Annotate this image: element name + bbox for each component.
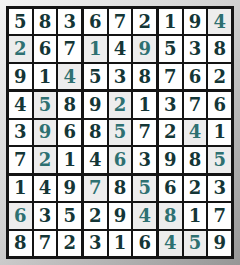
sudoku-cell-r2c2[interactable]: 6	[34, 36, 57, 61]
sudoku-cell-r7c2[interactable]: 4	[34, 176, 57, 201]
sudoku-cell-r4c7[interactable]: 3	[159, 92, 182, 117]
sudoku-cell-r4c9[interactable]: 6	[208, 92, 231, 117]
sudoku-cell-r3c1[interactable]: 9	[9, 64, 32, 89]
sudoku-cell-r9c3[interactable]: 2	[58, 231, 81, 256]
sudoku-cell-r3c5[interactable]: 3	[109, 64, 132, 89]
sudoku-block-9: 623817459	[159, 176, 231, 256]
sudoku-cell-r8c5[interactable]: 9	[109, 203, 132, 228]
sudoku-cell-r1c9[interactable]: 4	[208, 9, 231, 34]
sudoku-cell-r7c8[interactable]: 2	[184, 176, 207, 201]
sudoku-cell-r3c8[interactable]: 6	[184, 64, 207, 89]
sudoku-cell-r7c6[interactable]: 5	[133, 176, 156, 201]
sudoku-block-4: 458396721	[9, 92, 81, 172]
sudoku-block-5: 921857463	[84, 92, 156, 172]
sudoku-block-3: 194538762	[159, 9, 231, 89]
sudoku-cell-r4c8[interactable]: 7	[184, 92, 207, 117]
sudoku-cell-r6c4[interactable]: 4	[84, 147, 107, 172]
sudoku-cell-r1c5[interactable]: 7	[109, 9, 132, 34]
sudoku-cell-r6c2[interactable]: 2	[34, 147, 57, 172]
sudoku-cell-r2c1[interactable]: 2	[9, 36, 32, 61]
sudoku-cell-r8c6[interactable]: 4	[133, 203, 156, 228]
sudoku-cell-r3c7[interactable]: 7	[159, 64, 182, 89]
sudoku-cell-r7c5[interactable]: 8	[109, 176, 132, 201]
sudoku-cell-r9c5[interactable]: 1	[109, 231, 132, 256]
sudoku-cell-r9c6[interactable]: 6	[133, 231, 156, 256]
sudoku-cell-r5c4[interactable]: 8	[84, 120, 107, 145]
sudoku-cell-r5c7[interactable]: 2	[159, 120, 182, 145]
sudoku-cell-r9c2[interactable]: 7	[34, 231, 57, 256]
sudoku-cell-r9c7[interactable]: 4	[159, 231, 182, 256]
sudoku-cell-r6c6[interactable]: 3	[133, 147, 156, 172]
sudoku-cell-r4c6[interactable]: 1	[133, 92, 156, 117]
sudoku-cell-r2c9[interactable]: 8	[208, 36, 231, 61]
sudoku-cell-r8c2[interactable]: 3	[34, 203, 57, 228]
sudoku-cell-r7c4[interactable]: 7	[84, 176, 107, 201]
sudoku-cell-r7c7[interactable]: 6	[159, 176, 182, 201]
sudoku-block-1: 583267914	[9, 9, 81, 89]
sudoku-cell-r4c1[interactable]: 4	[9, 92, 32, 117]
sudoku-cell-r2c5[interactable]: 4	[109, 36, 132, 61]
sudoku-cell-r3c9[interactable]: 2	[208, 64, 231, 89]
sudoku-cell-r5c2[interactable]: 9	[34, 120, 57, 145]
sudoku-cell-r1c2[interactable]: 8	[34, 9, 57, 34]
sudoku-cell-r4c4[interactable]: 9	[84, 92, 107, 117]
sudoku-cell-r5c1[interactable]: 3	[9, 120, 32, 145]
sudoku-cell-r9c4[interactable]: 3	[84, 231, 107, 256]
sudoku-block-8: 785294316	[84, 176, 156, 256]
sudoku-cell-r8c8[interactable]: 1	[184, 203, 207, 228]
sudoku-cell-r1c3[interactable]: 3	[58, 9, 81, 34]
sudoku-cell-r3c6[interactable]: 8	[133, 64, 156, 89]
sudoku-cell-r1c4[interactable]: 6	[84, 9, 107, 34]
sudoku-cell-r2c4[interactable]: 1	[84, 36, 107, 61]
sudoku-cell-r8c4[interactable]: 2	[84, 203, 107, 228]
sudoku-block-7: 149635872	[9, 176, 81, 256]
sudoku-cell-r6c8[interactable]: 8	[184, 147, 207, 172]
sudoku-cell-r4c5[interactable]: 2	[109, 92, 132, 117]
sudoku-cell-r3c3[interactable]: 4	[58, 64, 81, 89]
sudoku-cell-r1c6[interactable]: 2	[133, 9, 156, 34]
sudoku-cell-r2c7[interactable]: 5	[159, 36, 182, 61]
sudoku-cell-r4c3[interactable]: 8	[58, 92, 81, 117]
sudoku-cell-r6c9[interactable]: 5	[208, 147, 231, 172]
sudoku-cell-r2c6[interactable]: 9	[133, 36, 156, 61]
sudoku-cell-r3c4[interactable]: 5	[84, 64, 107, 89]
sudoku-cell-r8c1[interactable]: 6	[9, 203, 32, 228]
sudoku-cell-r4c2[interactable]: 5	[34, 92, 57, 117]
sudoku-cell-r1c8[interactable]: 9	[184, 9, 207, 34]
sudoku-frame: 5832679146721495381945387624583967219218…	[0, 0, 240, 265]
sudoku-cell-r7c1[interactable]: 1	[9, 176, 32, 201]
sudoku-cell-r6c7[interactable]: 9	[159, 147, 182, 172]
sudoku-block-2: 672149538	[84, 9, 156, 89]
sudoku-cell-r8c7[interactable]: 8	[159, 203, 182, 228]
sudoku-cell-r6c1[interactable]: 7	[9, 147, 32, 172]
sudoku-cell-r6c3[interactable]: 1	[58, 147, 81, 172]
sudoku-block-6: 376241985	[159, 92, 231, 172]
sudoku-board: 5832679146721495381945387624583967219218…	[6, 6, 234, 259]
sudoku-cell-r9c9[interactable]: 9	[208, 231, 231, 256]
sudoku-cell-r7c3[interactable]: 9	[58, 176, 81, 201]
sudoku-cell-r5c3[interactable]: 6	[58, 120, 81, 145]
sudoku-cell-r9c1[interactable]: 8	[9, 231, 32, 256]
sudoku-cell-r1c7[interactable]: 1	[159, 9, 182, 34]
sudoku-cell-r9c8[interactable]: 5	[184, 231, 207, 256]
sudoku-cell-r5c6[interactable]: 7	[133, 120, 156, 145]
sudoku-cell-r8c3[interactable]: 5	[58, 203, 81, 228]
sudoku-cell-r2c8[interactable]: 3	[184, 36, 207, 61]
sudoku-cell-r7c9[interactable]: 3	[208, 176, 231, 201]
sudoku-cell-r6c5[interactable]: 6	[109, 147, 132, 172]
sudoku-cell-r5c8[interactable]: 4	[184, 120, 207, 145]
sudoku-cell-r5c5[interactable]: 5	[109, 120, 132, 145]
sudoku-cell-r2c3[interactable]: 7	[58, 36, 81, 61]
sudoku-cell-r8c9[interactable]: 7	[208, 203, 231, 228]
sudoku-cell-r5c9[interactable]: 1	[208, 120, 231, 145]
sudoku-cell-r3c2[interactable]: 1	[34, 64, 57, 89]
sudoku-cell-r1c1[interactable]: 5	[9, 9, 32, 34]
